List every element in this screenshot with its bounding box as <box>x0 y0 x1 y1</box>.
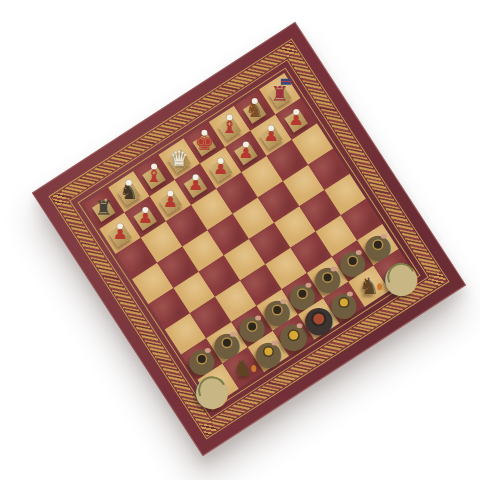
pawn-glyph: ♟ <box>163 192 178 209</box>
rook-glyph: ● <box>383 256 420 298</box>
knight-glyph: ♞ <box>359 275 380 298</box>
bishop-glyph: ♝ <box>145 165 163 185</box>
bishop-glyph: ♝ <box>221 116 239 136</box>
piece-zulu-rook-a1[interactable]: ● <box>197 375 227 405</box>
chess-board: ♜♞♝♛♚♝♞♜♟♟♟♟♟♟♟♟●●●●●●●●●♞●●●●♞● <box>32 22 466 456</box>
pawn-glyph: ♟ <box>213 159 228 176</box>
pawn-glyph: ♟ <box>263 127 278 144</box>
rook-glyph: ♜ <box>95 198 113 218</box>
rook-glyph: ● <box>194 369 231 411</box>
king-glyph: ♚ <box>195 132 215 154</box>
pawn-glyph: ♟ <box>238 143 253 160</box>
photo-background: ♜♞♝♛♚♝♞♜♟♟♟♟♟♟♟♟●●●●●●●●●♞●●●●♞● <box>0 0 480 480</box>
knight-glyph: ♞ <box>245 100 264 121</box>
knight-glyph: ♞ <box>233 356 254 379</box>
board-grid: ♜♞♝♛♚♝♞♜♟♟♟♟♟♟♟♟●●●●●●●●●♞●●●●♞● <box>83 73 415 405</box>
pawn-glyph: ♟ <box>188 176 203 193</box>
piece-zulu-rook-h1[interactable]: ● <box>386 262 416 292</box>
rook-glyph: ♜ <box>270 83 289 104</box>
pawn-glyph: ♟ <box>138 208 153 225</box>
queen-glyph: ♛ <box>170 149 189 170</box>
knight-glyph: ♞ <box>119 181 138 202</box>
pawn-glyph: ♟ <box>289 110 304 127</box>
pawn-glyph: ♟ <box>112 225 127 242</box>
